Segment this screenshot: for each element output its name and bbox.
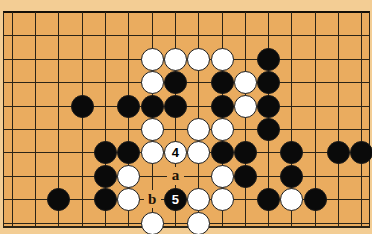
grid-line-horizontal	[3, 176, 370, 177]
black-stone	[257, 95, 280, 118]
white-stone	[211, 188, 234, 211]
black-stone	[350, 141, 372, 164]
black-stone	[94, 165, 117, 188]
white-stone	[141, 212, 164, 234]
grid-line-vertical	[12, 12, 13, 228]
white-stone	[141, 48, 164, 71]
move-number-label: 5	[172, 192, 179, 207]
black-stone	[211, 141, 234, 164]
grid-line-vertical	[338, 12, 339, 228]
black-stone	[71, 95, 94, 118]
black-stone	[211, 95, 234, 118]
white-stone	[141, 141, 164, 164]
grid-line-vertical	[35, 12, 36, 228]
white-stone	[211, 165, 234, 188]
black-stone	[164, 71, 187, 94]
white-stone	[211, 118, 234, 141]
black-stone	[141, 95, 164, 118]
black-stone	[234, 165, 257, 188]
black-stone: 5	[164, 188, 187, 211]
white-stone	[234, 95, 257, 118]
white-stone	[164, 48, 187, 71]
grid-line-vertical	[245, 12, 246, 228]
white-stone	[117, 165, 140, 188]
white-stone	[141, 118, 164, 141]
white-stone	[187, 48, 210, 71]
black-stone	[257, 48, 280, 71]
black-stone	[117, 95, 140, 118]
point-label-b: b	[144, 190, 161, 208]
white-stone	[141, 71, 164, 94]
black-stone	[257, 118, 280, 141]
black-stone	[164, 95, 187, 118]
move-number-label: 4	[172, 145, 179, 160]
white-stone	[234, 71, 257, 94]
grid-line-vertical	[361, 12, 362, 228]
white-stone	[187, 212, 210, 234]
grid-line-horizontal	[3, 35, 370, 36]
point-label-a: a	[167, 167, 184, 185]
grid-line-vertical	[82, 12, 83, 228]
white-stone	[211, 48, 234, 71]
go-diagram: 45ab	[0, 0, 372, 234]
black-stone	[211, 71, 234, 94]
black-stone	[304, 188, 327, 211]
